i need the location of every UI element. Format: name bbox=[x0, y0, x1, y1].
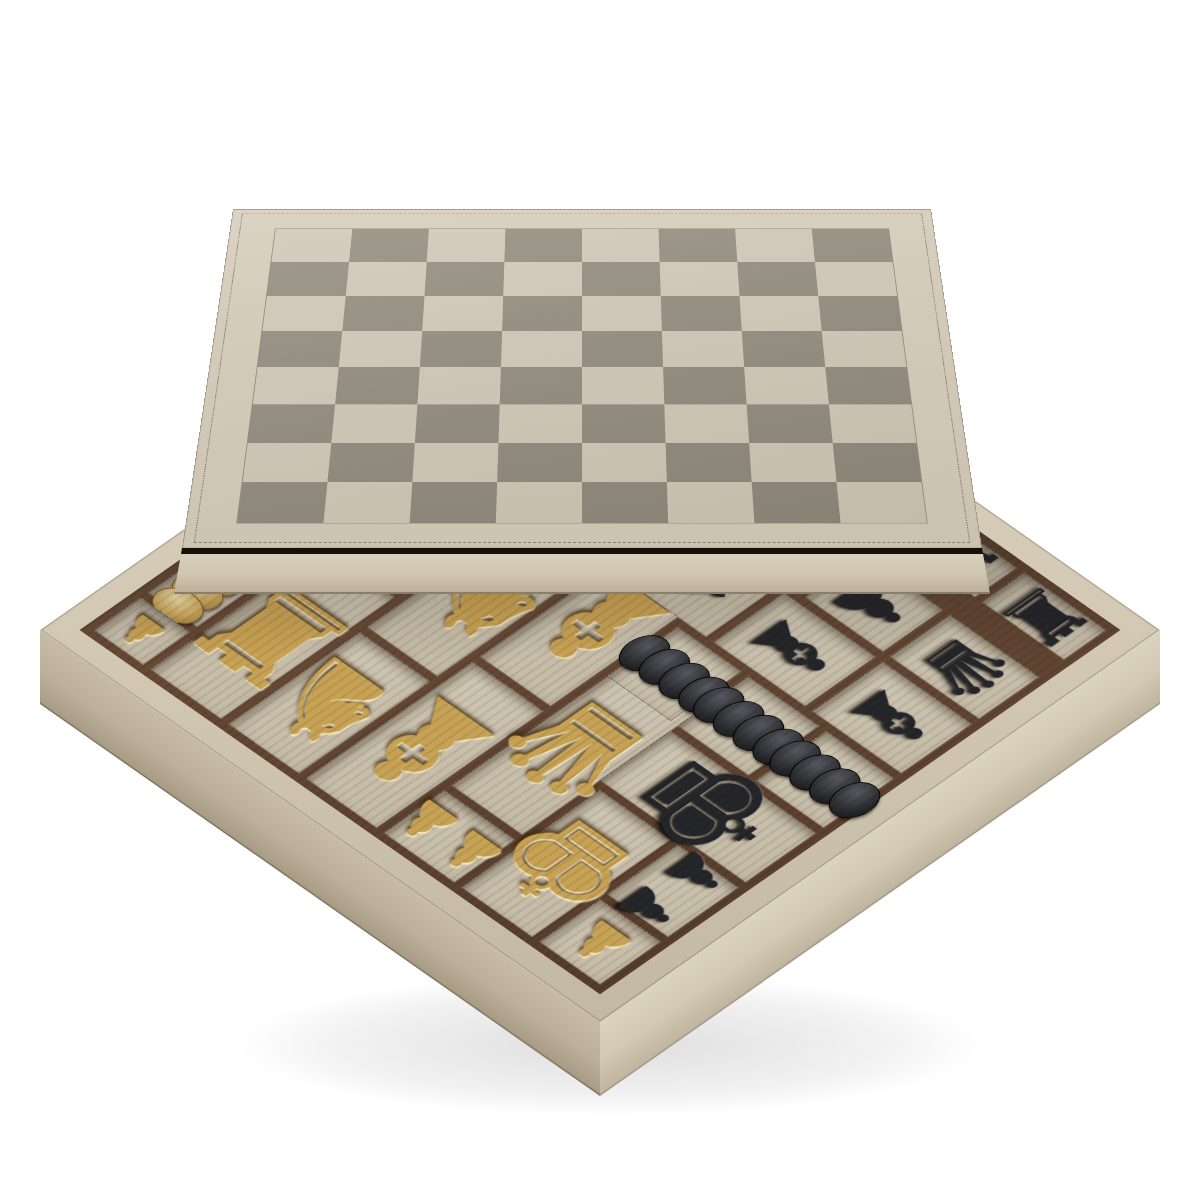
board-square bbox=[501, 331, 582, 367]
board-square bbox=[812, 229, 893, 262]
lid-leather-band bbox=[174, 554, 990, 594]
board-square bbox=[667, 482, 755, 523]
board-square bbox=[661, 296, 742, 331]
board-square bbox=[582, 296, 662, 331]
board-square bbox=[737, 262, 818, 296]
board-square bbox=[818, 296, 901, 331]
board-square bbox=[420, 331, 502, 367]
board-square bbox=[837, 482, 927, 523]
board-square bbox=[504, 229, 582, 262]
board-square bbox=[237, 482, 327, 523]
board-square bbox=[744, 367, 829, 404]
board-square bbox=[747, 404, 833, 442]
board-square bbox=[822, 331, 907, 367]
board-square bbox=[424, 262, 504, 296]
board-square bbox=[833, 443, 922, 483]
board-square bbox=[349, 229, 429, 262]
board-square bbox=[417, 367, 501, 404]
board-square bbox=[740, 296, 822, 331]
board-square bbox=[582, 229, 660, 262]
board-square bbox=[659, 229, 738, 262]
board-square bbox=[666, 443, 752, 483]
board-square bbox=[497, 443, 582, 483]
lid-leather-face bbox=[182, 209, 982, 548]
board-square bbox=[248, 404, 335, 442]
board-square bbox=[735, 229, 815, 262]
board-square bbox=[422, 296, 503, 331]
board-square bbox=[582, 262, 661, 296]
board-square bbox=[500, 367, 582, 404]
board-square bbox=[582, 443, 667, 483]
board-square bbox=[412, 443, 498, 483]
board-square bbox=[582, 482, 668, 523]
board-square bbox=[267, 262, 349, 296]
board-square bbox=[742, 331, 825, 367]
board-square bbox=[427, 229, 506, 262]
board-square bbox=[825, 367, 911, 404]
board-square bbox=[346, 262, 427, 296]
board-square bbox=[582, 404, 666, 442]
board-square bbox=[262, 296, 345, 331]
board-square bbox=[331, 404, 417, 442]
board-square bbox=[582, 331, 663, 367]
chess-board-lid bbox=[182, 209, 982, 548]
board-square bbox=[410, 482, 498, 523]
board-square bbox=[327, 443, 414, 483]
board-square bbox=[660, 262, 740, 296]
board-square bbox=[503, 262, 582, 296]
board-square bbox=[339, 331, 422, 367]
board-square bbox=[752, 482, 841, 523]
board-square bbox=[829, 404, 916, 442]
board-square bbox=[415, 404, 500, 442]
board-square bbox=[323, 482, 412, 523]
lid-side-edge bbox=[174, 548, 990, 594]
board-square bbox=[662, 331, 744, 367]
board-square bbox=[664, 404, 749, 442]
board-square bbox=[502, 296, 582, 331]
board-square bbox=[496, 482, 582, 523]
board-square bbox=[498, 404, 582, 442]
board-square bbox=[335, 367, 420, 404]
board-square bbox=[582, 367, 664, 404]
board-square bbox=[243, 443, 332, 483]
board-square bbox=[258, 331, 343, 367]
board-square bbox=[749, 443, 836, 483]
product-photo-stage: ♟♟♟♟♜♜♟♞♞♝♝♛♟♟♚♟♟♟♟♟♜♜♞♟♟♛♞♝♝♚♟♟ ✦pinett… bbox=[0, 0, 1200, 1200]
board-square bbox=[271, 229, 352, 262]
board-square bbox=[663, 367, 747, 404]
board-square bbox=[342, 296, 424, 331]
chess-board bbox=[237, 229, 926, 523]
board-square bbox=[815, 262, 897, 296]
board-square bbox=[253, 367, 339, 404]
